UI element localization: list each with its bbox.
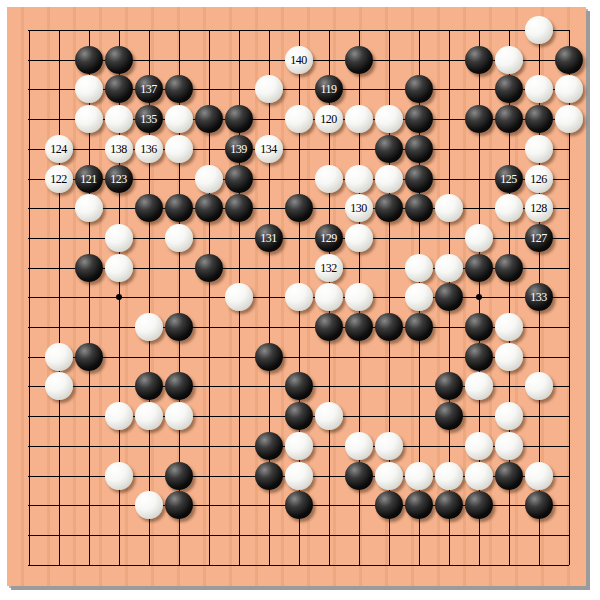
stone-white bbox=[495, 402, 523, 430]
stone-white bbox=[315, 402, 343, 430]
stone-black bbox=[435, 372, 463, 400]
move-number-label: 127 bbox=[530, 232, 547, 244]
stone-black bbox=[345, 462, 373, 490]
stone-white bbox=[525, 75, 553, 103]
move-number-label: 122 bbox=[50, 173, 67, 185]
stone-white bbox=[105, 402, 133, 430]
screenshot-root: { "game": "go", "board": { "size": 19, "… bbox=[0, 0, 600, 600]
stone-black bbox=[285, 491, 313, 519]
stone-white-move-122: 122 bbox=[45, 165, 73, 193]
stone-black bbox=[225, 105, 253, 133]
stone-black bbox=[165, 372, 193, 400]
stone-black bbox=[135, 372, 163, 400]
stone-black bbox=[165, 491, 193, 519]
stone-white bbox=[315, 283, 343, 311]
stone-white-move-138: 138 bbox=[105, 135, 133, 163]
stone-white bbox=[375, 462, 403, 490]
stone-white bbox=[195, 165, 223, 193]
move-number-label: 120 bbox=[320, 113, 337, 125]
stone-white bbox=[105, 462, 133, 490]
stone-black bbox=[285, 194, 313, 222]
stone-black bbox=[165, 462, 193, 490]
stone-black bbox=[495, 254, 523, 282]
stone-white bbox=[315, 165, 343, 193]
stone-black bbox=[75, 343, 103, 371]
move-number-label: 136 bbox=[140, 143, 157, 155]
stone-white-move-126: 126 bbox=[525, 165, 553, 193]
stone-white bbox=[45, 343, 73, 371]
stone-white bbox=[495, 313, 523, 341]
stone-black bbox=[195, 105, 223, 133]
stone-white bbox=[345, 224, 373, 252]
move-number-label: 125 bbox=[500, 173, 517, 185]
stone-white-move-134: 134 bbox=[255, 135, 283, 163]
stone-white bbox=[345, 432, 373, 460]
stone-black bbox=[465, 254, 493, 282]
stone-black bbox=[405, 165, 433, 193]
stone-white-move-120: 120 bbox=[315, 105, 343, 133]
stone-black-move-131: 131 bbox=[255, 224, 283, 252]
stone-black-move-121: 121 bbox=[75, 165, 103, 193]
stone-white bbox=[165, 402, 193, 430]
stone-black bbox=[255, 462, 283, 490]
stone-black bbox=[285, 372, 313, 400]
stone-white bbox=[495, 343, 523, 371]
move-number-label: 133 bbox=[530, 291, 547, 303]
move-number-label: 124 bbox=[50, 143, 67, 155]
stone-black bbox=[465, 105, 493, 133]
stone-white-move-136: 136 bbox=[135, 135, 163, 163]
stone-black-move-123: 123 bbox=[105, 165, 133, 193]
stone-black bbox=[375, 491, 403, 519]
stone-black-move-135: 135 bbox=[135, 105, 163, 133]
stone-white bbox=[105, 105, 133, 133]
stone-white bbox=[375, 105, 403, 133]
move-number-label: 137 bbox=[140, 83, 157, 95]
stone-black-move-127: 127 bbox=[525, 224, 553, 252]
stone-white bbox=[105, 224, 133, 252]
stone-white bbox=[495, 46, 523, 74]
stone-black bbox=[375, 194, 403, 222]
stone-white bbox=[345, 105, 373, 133]
stone-white bbox=[285, 283, 313, 311]
stone-black bbox=[525, 491, 553, 519]
stone-white bbox=[465, 432, 493, 460]
stone-white bbox=[45, 372, 73, 400]
stone-black bbox=[435, 491, 463, 519]
stone-black bbox=[105, 46, 133, 74]
stone-white bbox=[525, 16, 553, 44]
grid-vline bbox=[29, 30, 30, 566]
stone-black-move-129: 129 bbox=[315, 224, 343, 252]
stone-black-move-137: 137 bbox=[135, 75, 163, 103]
stone-black bbox=[225, 165, 253, 193]
stone-black bbox=[495, 105, 523, 133]
stone-black bbox=[465, 343, 493, 371]
stone-black bbox=[555, 46, 583, 74]
move-number-label: 140 bbox=[290, 54, 307, 66]
stone-black bbox=[435, 283, 463, 311]
stone-white bbox=[435, 462, 463, 490]
grid-vline bbox=[59, 30, 60, 566]
stone-white bbox=[255, 75, 283, 103]
move-number-label: 135 bbox=[140, 113, 157, 125]
stone-black-move-139: 139 bbox=[225, 135, 253, 163]
stone-white bbox=[345, 283, 373, 311]
stone-black bbox=[375, 313, 403, 341]
move-number-label: 119 bbox=[320, 83, 336, 95]
stone-black bbox=[465, 46, 493, 74]
move-number-label: 131 bbox=[260, 232, 277, 244]
stone-black-move-133: 133 bbox=[525, 283, 553, 311]
stone-white bbox=[495, 432, 523, 460]
stone-white bbox=[465, 224, 493, 252]
stone-black bbox=[165, 75, 193, 103]
stone-white bbox=[465, 462, 493, 490]
stone-black bbox=[435, 402, 463, 430]
stone-white bbox=[495, 194, 523, 222]
move-number-label: 121 bbox=[80, 173, 97, 185]
stone-white-move-128: 128 bbox=[525, 194, 553, 222]
stone-white bbox=[135, 402, 163, 430]
stone-black bbox=[75, 254, 103, 282]
stone-black bbox=[405, 313, 433, 341]
stone-white bbox=[405, 283, 433, 311]
stone-black bbox=[135, 194, 163, 222]
stone-white bbox=[435, 194, 463, 222]
stone-white bbox=[225, 283, 253, 311]
stone-black bbox=[315, 313, 343, 341]
stone-white bbox=[405, 254, 433, 282]
stone-white bbox=[285, 432, 313, 460]
stone-white bbox=[165, 224, 193, 252]
move-number-label: 129 bbox=[320, 232, 337, 244]
stone-black bbox=[165, 194, 193, 222]
stone-black bbox=[465, 491, 493, 519]
star-point bbox=[116, 294, 122, 300]
stone-white bbox=[525, 462, 553, 490]
stone-white bbox=[525, 135, 553, 163]
star-point bbox=[476, 294, 482, 300]
stone-black bbox=[255, 432, 283, 460]
stone-white-move-140: 140 bbox=[285, 46, 313, 74]
stone-white bbox=[405, 462, 433, 490]
stone-white bbox=[555, 75, 583, 103]
stone-black-move-119: 119 bbox=[315, 75, 343, 103]
stone-black bbox=[255, 343, 283, 371]
stone-white bbox=[75, 194, 103, 222]
stone-black bbox=[465, 313, 493, 341]
stone-white bbox=[435, 254, 463, 282]
move-number-label: 123 bbox=[110, 173, 127, 185]
stone-black bbox=[105, 75, 133, 103]
stone-black bbox=[345, 46, 373, 74]
stone-black bbox=[495, 75, 523, 103]
stone-white bbox=[165, 105, 193, 133]
go-board[interactable]: 1401371191351201241381361391341221211231… bbox=[7, 7, 586, 586]
stone-black bbox=[345, 313, 373, 341]
stone-black bbox=[165, 313, 193, 341]
stone-white bbox=[285, 105, 313, 133]
stone-white bbox=[465, 372, 493, 400]
stone-black bbox=[525, 105, 553, 133]
stone-white bbox=[375, 165, 403, 193]
stone-white bbox=[345, 165, 373, 193]
stone-white bbox=[75, 75, 103, 103]
move-number-label: 132 bbox=[320, 262, 337, 274]
stone-black bbox=[195, 254, 223, 282]
stone-black-move-125: 125 bbox=[495, 165, 523, 193]
stone-black bbox=[225, 194, 253, 222]
stone-black bbox=[405, 491, 433, 519]
stone-white-move-130: 130 bbox=[345, 194, 373, 222]
stone-white bbox=[105, 254, 133, 282]
stone-black bbox=[375, 135, 403, 163]
stone-white bbox=[75, 105, 103, 133]
stone-white bbox=[375, 432, 403, 460]
stone-white bbox=[165, 135, 193, 163]
move-number-label: 128 bbox=[530, 202, 547, 214]
move-number-label: 126 bbox=[530, 173, 547, 185]
move-number-label: 139 bbox=[230, 143, 247, 155]
stone-black bbox=[75, 46, 103, 74]
stone-black bbox=[405, 105, 433, 133]
move-number-label: 130 bbox=[350, 202, 367, 214]
stone-white-move-132: 132 bbox=[315, 254, 343, 282]
move-number-label: 134 bbox=[260, 143, 277, 155]
stone-white bbox=[135, 313, 163, 341]
stone-white bbox=[285, 462, 313, 490]
stone-white-move-124: 124 bbox=[45, 135, 73, 163]
stone-black bbox=[495, 462, 523, 490]
stone-white bbox=[135, 491, 163, 519]
stone-black bbox=[405, 194, 433, 222]
stone-white bbox=[555, 105, 583, 133]
stone-black bbox=[195, 194, 223, 222]
stone-black bbox=[405, 75, 433, 103]
move-number-label: 138 bbox=[110, 143, 127, 155]
stone-white bbox=[525, 372, 553, 400]
stone-black bbox=[405, 135, 433, 163]
stone-black bbox=[285, 402, 313, 430]
